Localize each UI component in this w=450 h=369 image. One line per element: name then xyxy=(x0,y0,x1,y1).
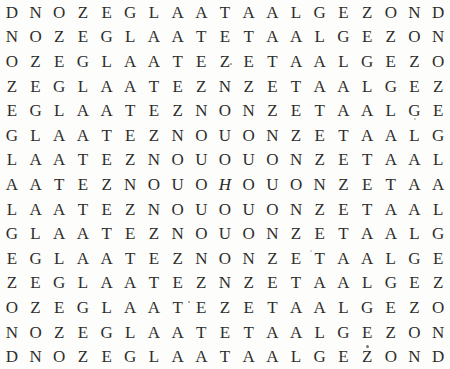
grid-cell: L xyxy=(71,271,95,296)
grid-cell: Z xyxy=(24,49,48,74)
grid-cell: D xyxy=(0,0,24,25)
grid-cell: N xyxy=(189,246,213,271)
grid-cell: Z xyxy=(426,74,450,99)
grid-cell: Z xyxy=(71,344,95,369)
grid-cell: A xyxy=(379,123,403,148)
grid-cell: A xyxy=(332,98,356,123)
grid-cell: A xyxy=(308,74,332,99)
grid-cell-center: H xyxy=(213,172,237,197)
grid-cell: N xyxy=(403,344,427,369)
grid-cell: T xyxy=(166,49,190,74)
grid-cell: E xyxy=(95,344,119,369)
grid-cell: E xyxy=(332,0,356,25)
grid-cell: Z xyxy=(261,98,285,123)
scan-speck xyxy=(310,250,312,252)
grid-cell: L xyxy=(379,246,403,271)
grid-cell: Z xyxy=(142,221,166,246)
grid-cell: L xyxy=(308,320,332,345)
grid-cell: A xyxy=(118,295,142,320)
grid-cell: L xyxy=(142,0,166,25)
grid-cell: N xyxy=(308,172,332,197)
grid-cell: O xyxy=(379,0,403,25)
grid-cell: Z xyxy=(308,197,332,222)
grid-cell: A xyxy=(308,271,332,296)
grid-cell: A xyxy=(355,123,379,148)
grid-cell: G xyxy=(379,74,403,99)
grid-cell: Z xyxy=(118,148,142,173)
grid-cell: Z xyxy=(355,344,379,369)
grid-cell: Z xyxy=(308,148,332,173)
grid-cell: A xyxy=(142,320,166,345)
grid-cell: L xyxy=(118,25,142,50)
grid-cell: T xyxy=(379,172,403,197)
grid-cell: N xyxy=(142,148,166,173)
grid-cell: G xyxy=(379,271,403,296)
grid-cell: L xyxy=(426,148,450,173)
grid-cell: E xyxy=(118,123,142,148)
grid-cell: E xyxy=(332,344,356,369)
grid-cell: T xyxy=(142,74,166,99)
grid-cell: E xyxy=(403,271,427,296)
grid-cell: Z xyxy=(142,123,166,148)
grid-cell: T xyxy=(284,271,308,296)
grid-cell: N xyxy=(24,344,48,369)
grid-cell: N xyxy=(284,197,308,222)
grid-cell: T xyxy=(95,123,119,148)
grid-cell: A xyxy=(237,0,261,25)
grid-cell: G xyxy=(308,0,332,25)
grid-cell: E xyxy=(355,25,379,50)
grid-cell: Z xyxy=(379,25,403,50)
grid-cell: A xyxy=(24,172,48,197)
grid-cell: G xyxy=(355,295,379,320)
grid-cell: Z xyxy=(189,74,213,99)
grid-cell: A xyxy=(118,49,142,74)
grid-cell: N xyxy=(213,74,237,99)
grid-cell: T xyxy=(237,25,261,50)
grid-cell: E xyxy=(426,246,450,271)
grid-cell: E xyxy=(213,25,237,50)
grid-cell: G xyxy=(403,246,427,271)
grid-cell: T xyxy=(142,271,166,296)
grid-cell: Z xyxy=(403,49,427,74)
grid-cell: N xyxy=(426,320,450,345)
grid-cell: L xyxy=(284,0,308,25)
grid-cell: L xyxy=(95,295,119,320)
grid-cell: E xyxy=(24,271,48,296)
grid-cell: E xyxy=(403,74,427,99)
grid-cell: N xyxy=(237,98,261,123)
grid-cell: O xyxy=(189,172,213,197)
grid-cell: D xyxy=(426,0,450,25)
grid-cell: A xyxy=(261,320,285,345)
grid-cell: E xyxy=(332,197,356,222)
grid-cell: O xyxy=(284,172,308,197)
grid-cell: T xyxy=(189,320,213,345)
grid-cell: O xyxy=(426,295,450,320)
grid-cell: A xyxy=(95,246,119,271)
grid-cell: L xyxy=(0,148,24,173)
grid-cell: Z xyxy=(47,320,71,345)
grid-cell: T xyxy=(213,0,237,25)
grid-cell: A xyxy=(284,320,308,345)
grid-cell: A xyxy=(166,0,190,25)
grid-cell: U xyxy=(189,197,213,222)
grid-cell: A xyxy=(355,246,379,271)
grid-cell: N xyxy=(261,123,285,148)
grid-cell: E xyxy=(47,295,71,320)
grid-cell: L xyxy=(142,344,166,369)
grid-cell: Z xyxy=(166,246,190,271)
grid-cell: O xyxy=(379,344,403,369)
grid-cell: T xyxy=(213,344,237,369)
grid-cell: L xyxy=(71,74,95,99)
grid-cell: E xyxy=(71,25,95,50)
grid-cell: Z xyxy=(284,123,308,148)
grid-cell: Z xyxy=(213,295,237,320)
grid-cell: N xyxy=(142,197,166,222)
grid-cell: E xyxy=(379,49,403,74)
grid-cell: G xyxy=(426,123,450,148)
grid-cell: D xyxy=(426,344,450,369)
grid-cell: N xyxy=(118,172,142,197)
grid-cell: A xyxy=(261,0,285,25)
grid-cell: E xyxy=(71,320,95,345)
grid-cell: T xyxy=(261,295,285,320)
grid-cell: O xyxy=(261,148,285,173)
grid-cell: A xyxy=(237,344,261,369)
scan-speck xyxy=(366,345,369,348)
grid-cell: G xyxy=(118,0,142,25)
grid-cell: N xyxy=(213,271,237,296)
grid-cell: A xyxy=(142,295,166,320)
grid-cell: T xyxy=(166,295,190,320)
grid-cell: L xyxy=(95,49,119,74)
grid-cell: A xyxy=(189,0,213,25)
grid-cell: N xyxy=(261,221,285,246)
grid-cell: A xyxy=(47,197,71,222)
grid-cell: Z xyxy=(355,0,379,25)
grid-cell: E xyxy=(284,246,308,271)
grid-cell: A xyxy=(379,148,403,173)
grid-cell: E xyxy=(261,74,285,99)
grid-cell: A xyxy=(379,197,403,222)
grid-cell: O xyxy=(237,172,261,197)
grid-cell: G xyxy=(24,98,48,123)
grid-cell: L xyxy=(24,123,48,148)
grid-cell: A xyxy=(142,49,166,74)
scan-speck xyxy=(188,301,190,303)
grid-cell: A xyxy=(284,25,308,50)
grid-cell: A xyxy=(426,172,450,197)
grid-cell: O xyxy=(237,123,261,148)
grid-cell: A xyxy=(166,25,190,50)
grid-cell: A xyxy=(403,197,427,222)
grid-cell: Z xyxy=(403,295,427,320)
grid-cell: U xyxy=(166,172,190,197)
grid-cell: N xyxy=(166,123,190,148)
grid-cell: E xyxy=(379,295,403,320)
grid-cell: G xyxy=(0,221,24,246)
grid-cell: E xyxy=(308,221,332,246)
grid-cell: A xyxy=(0,172,24,197)
grid-cell: N xyxy=(426,25,450,50)
grid-cell: O xyxy=(166,148,190,173)
grid-cell: E xyxy=(332,148,356,173)
grid-cell: A xyxy=(95,271,119,296)
grid-cell: G xyxy=(47,74,71,99)
grid-cell: E xyxy=(47,49,71,74)
grid-cell: O xyxy=(0,295,24,320)
grid-cell: L xyxy=(403,123,427,148)
grid-cell: D xyxy=(0,344,24,369)
grid-cell: Z xyxy=(24,295,48,320)
grid-cell: A xyxy=(332,271,356,296)
grid-cell: Z xyxy=(166,98,190,123)
grid-cell: A xyxy=(95,74,119,99)
grid-cell: A xyxy=(142,25,166,50)
grid-cell: O xyxy=(213,246,237,271)
grid-cell: E xyxy=(284,98,308,123)
grid-cell: O xyxy=(47,344,71,369)
grid-cell: E xyxy=(213,320,237,345)
grid-cell: E xyxy=(189,295,213,320)
grid-cell: Z xyxy=(47,25,71,50)
grid-cell: A xyxy=(71,246,95,271)
grid-cell: N xyxy=(166,221,190,246)
grid-cell: E xyxy=(142,246,166,271)
grid-cell: O xyxy=(0,49,24,74)
grid-cell: A xyxy=(24,197,48,222)
grid-cell: G xyxy=(71,295,95,320)
grid-cell: A xyxy=(47,123,71,148)
grid-cell: A xyxy=(332,246,356,271)
grid-cell: A xyxy=(403,148,427,173)
grid-cell: T xyxy=(355,197,379,222)
grid-cell: A xyxy=(166,344,190,369)
grid-cell: A xyxy=(95,98,119,123)
grid-cell: N xyxy=(24,0,48,25)
grid-cell: G xyxy=(332,25,356,50)
grid-cell: A xyxy=(403,172,427,197)
grid-cell: T xyxy=(237,320,261,345)
grid-cell: A xyxy=(118,74,142,99)
grid-cell: T xyxy=(95,221,119,246)
grid-cell: L xyxy=(355,74,379,99)
grid-cell: E xyxy=(426,98,450,123)
grid-cell: Z xyxy=(213,49,237,74)
grid-cell: Z xyxy=(426,271,450,296)
grid-cell: O xyxy=(189,221,213,246)
grid-cell: G xyxy=(118,344,142,369)
grid-cell: A xyxy=(71,221,95,246)
grid-cell: A xyxy=(308,295,332,320)
grid-cell: L xyxy=(355,271,379,296)
grid-cell: E xyxy=(355,320,379,345)
grid-cell: A xyxy=(71,123,95,148)
grid-cell: L xyxy=(118,320,142,345)
grid-cell: A xyxy=(355,221,379,246)
grid-cell: E xyxy=(24,74,48,99)
grid-cell: T xyxy=(332,123,356,148)
grid-cell: L xyxy=(47,98,71,123)
grid-cell: E xyxy=(166,271,190,296)
grid-cell: O xyxy=(142,172,166,197)
grid-cell: G xyxy=(0,123,24,148)
grid-cell: L xyxy=(332,295,356,320)
word-search-board: DNOZEGLAATAALGEZONDNOZEGLAATETAALGEZONOZ… xyxy=(0,0,450,369)
grid-cell: L xyxy=(284,344,308,369)
grid-cell: G xyxy=(24,246,48,271)
grid-cell: N xyxy=(403,0,427,25)
grid-cell: O xyxy=(47,0,71,25)
grid-cell: L xyxy=(0,197,24,222)
grid-cell: U xyxy=(237,197,261,222)
grid-cell: N xyxy=(189,98,213,123)
grid-cell: O xyxy=(403,25,427,50)
grid-cell: G xyxy=(95,25,119,50)
grid-cell: L xyxy=(403,221,427,246)
grid-cell: E xyxy=(189,49,213,74)
grid-cell: A xyxy=(284,295,308,320)
grid-cell: G xyxy=(332,320,356,345)
grid-cell: Z xyxy=(332,172,356,197)
grid-cell: A xyxy=(24,148,48,173)
grid-cell: E xyxy=(118,221,142,246)
grid-cell: G xyxy=(71,49,95,74)
grid-cell: O xyxy=(213,148,237,173)
grid-cell: Z xyxy=(95,172,119,197)
grid-cell: A xyxy=(332,74,356,99)
grid-cell: T xyxy=(71,148,95,173)
grid-cell: Z xyxy=(0,271,24,296)
grid-cell: E xyxy=(71,172,95,197)
grid-cell: Z xyxy=(189,271,213,296)
grid-cell: T xyxy=(189,25,213,50)
grid-cell: Z xyxy=(379,320,403,345)
grid-cell: T xyxy=(118,246,142,271)
grid-cell: T xyxy=(261,49,285,74)
scan-speck xyxy=(414,118,416,120)
grid-cell: L xyxy=(379,98,403,123)
grid-cell: E xyxy=(166,74,190,99)
grid-cell: G xyxy=(426,221,450,246)
grid-cell: O xyxy=(403,320,427,345)
grid-cell: T xyxy=(308,98,332,123)
grid-cell: Z xyxy=(237,271,261,296)
grid-cell: E xyxy=(95,0,119,25)
grid-cell: T xyxy=(355,148,379,173)
grid-cell: A xyxy=(261,344,285,369)
grid-cell: L xyxy=(308,25,332,50)
grid-cell: E xyxy=(142,98,166,123)
grid-cell: Z xyxy=(237,74,261,99)
grid-cell: T xyxy=(47,172,71,197)
grid-cell: U xyxy=(213,123,237,148)
grid-cell: O xyxy=(213,98,237,123)
grid-cell: O xyxy=(237,221,261,246)
grid-cell: L xyxy=(332,49,356,74)
grid-cell: A xyxy=(261,25,285,50)
grid-cell: Z xyxy=(261,246,285,271)
grid-cell: O xyxy=(189,123,213,148)
grid-cell: N xyxy=(237,246,261,271)
grid-cell: O xyxy=(261,197,285,222)
grid-cell: U xyxy=(189,148,213,173)
grid-cell: N xyxy=(0,320,24,345)
grid-cell: A xyxy=(308,49,332,74)
word-search-grid: DNOZEGLAATAALGEZONDNOZEGLAATETAALGEZONOZ… xyxy=(0,0,450,369)
grid-cell: Z xyxy=(0,74,24,99)
grid-cell: A xyxy=(47,221,71,246)
grid-cell: A xyxy=(355,98,379,123)
grid-cell: E xyxy=(95,197,119,222)
grid-cell: G xyxy=(47,271,71,296)
grid-cell: A xyxy=(118,271,142,296)
grid-cell: A xyxy=(379,221,403,246)
grid-cell: U xyxy=(261,172,285,197)
grid-cell: L xyxy=(426,197,450,222)
grid-cell: G xyxy=(308,344,332,369)
grid-cell: E xyxy=(237,295,261,320)
grid-cell: E xyxy=(0,98,24,123)
grid-cell: Z xyxy=(284,221,308,246)
grid-cell: U xyxy=(237,148,261,173)
grid-cell: O xyxy=(426,49,450,74)
grid-cell: Z xyxy=(118,197,142,222)
grid-cell: L xyxy=(24,221,48,246)
grid-cell: G xyxy=(95,320,119,345)
grid-cell: E xyxy=(0,246,24,271)
grid-cell: A xyxy=(189,344,213,369)
grid-cell: T xyxy=(118,98,142,123)
grid-cell: Z xyxy=(71,0,95,25)
grid-cell: T xyxy=(71,197,95,222)
grid-cell: O xyxy=(213,197,237,222)
grid-cell: O xyxy=(166,197,190,222)
grid-cell: G xyxy=(355,49,379,74)
grid-cell: E xyxy=(308,123,332,148)
grid-cell: T xyxy=(332,221,356,246)
grid-cell: E xyxy=(355,172,379,197)
grid-cell: O xyxy=(24,320,48,345)
grid-cell: A xyxy=(71,98,95,123)
grid-cell: N xyxy=(0,25,24,50)
grid-cell: A xyxy=(284,49,308,74)
scan-speck xyxy=(230,63,232,65)
grid-cell: T xyxy=(284,74,308,99)
grid-cell: L xyxy=(47,246,71,271)
grid-cell: A xyxy=(166,320,190,345)
grid-cell: E xyxy=(95,148,119,173)
grid-cell: E xyxy=(237,49,261,74)
grid-cell: O xyxy=(24,25,48,50)
grid-cell: A xyxy=(47,148,71,173)
grid-cell: N xyxy=(284,148,308,173)
grid-cell: U xyxy=(213,221,237,246)
grid-cell: E xyxy=(261,271,285,296)
